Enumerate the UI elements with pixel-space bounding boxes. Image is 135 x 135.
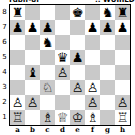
- square-f6: [85, 35, 100, 50]
- white-king-icon: ♔: [72, 110, 84, 125]
- square-c1: ♗: [40, 110, 55, 125]
- square-b4: ♝: [25, 65, 40, 80]
- square-a1: ♖: [10, 110, 25, 125]
- rank-label-8: 8: [0, 5, 9, 20]
- rank-label-2: 2: [0, 95, 9, 110]
- rank-label-3: 3: [0, 80, 9, 95]
- white-rook-icon: ♖: [117, 110, 129, 125]
- square-g7: ♟: [100, 20, 115, 35]
- square-e2: [70, 95, 85, 110]
- white-pawn-icon: ♙: [87, 95, 99, 110]
- square-g4: [100, 65, 115, 80]
- rank-label-6: 6: [0, 35, 9, 50]
- square-f7: ♟: [85, 20, 100, 35]
- square-d2: [55, 95, 70, 110]
- white-pawn-icon: ♙: [72, 80, 84, 95]
- square-b5: [25, 50, 40, 65]
- white-pawn-icon: ♙: [117, 95, 129, 110]
- square-b1: [25, 110, 40, 125]
- rank-labels: 87654321: [0, 5, 9, 125]
- black-queen-icon: ♛: [57, 50, 69, 65]
- file-label-h: h: [115, 125, 130, 135]
- square-b8: [25, 5, 40, 20]
- white-pawn-icon: ♙: [27, 95, 39, 110]
- black-rook-icon: ♜: [12, 5, 24, 20]
- black-pawn-icon: ♟: [12, 20, 24, 35]
- square-c8: [40, 5, 55, 20]
- square-b2: ♙: [25, 95, 40, 110]
- square-b3: [25, 80, 40, 95]
- square-e4: [70, 65, 85, 80]
- square-d7: [55, 20, 70, 35]
- black-bishop-icon: ♝: [27, 65, 39, 80]
- square-h5: [115, 50, 130, 65]
- square-h4: [115, 65, 130, 80]
- square-a7: ♟: [10, 20, 25, 35]
- square-g6: [100, 35, 115, 50]
- black-pawn-icon: ♟: [42, 20, 54, 35]
- square-h1: ♖: [115, 110, 130, 125]
- white-pawn-icon: ♙: [12, 95, 24, 110]
- file-label-c: c: [40, 125, 55, 135]
- white-pawn-icon: ♙: [57, 65, 69, 80]
- black-pawn-icon: ♟: [72, 50, 84, 65]
- square-c2: [40, 95, 55, 110]
- white-pawn-icon: ♙: [87, 80, 99, 95]
- square-g3: [100, 80, 115, 95]
- chess-board: ♜♚♞♜♟♟♟♟♟♟♞♛♟♝♙♘♙♙♙♙♙♙♖♗♕♔♗♖: [9, 4, 131, 126]
- square-f5: [85, 50, 100, 65]
- white-knight-icon: ♘: [42, 80, 54, 95]
- white-rook-icon: ♖: [12, 110, 24, 125]
- square-c3: ♘: [40, 80, 55, 95]
- square-f1: ♗: [85, 110, 100, 125]
- square-h2: ♙: [115, 95, 130, 110]
- black-pawn-icon: ♟: [27, 20, 39, 35]
- rank-label-5: 5: [0, 50, 9, 65]
- square-d1: ♕: [55, 110, 70, 125]
- square-d6: [55, 35, 70, 50]
- square-c5: [40, 50, 55, 65]
- square-a6: [10, 35, 25, 50]
- file-label-e: e: [70, 125, 85, 135]
- square-e7: [70, 20, 85, 35]
- square-c6: ♞: [40, 35, 55, 50]
- file-labels: abcdefgh: [10, 125, 130, 135]
- square-b6: [25, 35, 40, 50]
- black-pawn-icon: ♟: [102, 20, 114, 35]
- square-f4: [85, 65, 100, 80]
- file-label-g: g: [100, 125, 115, 135]
- square-f3: ♙: [85, 80, 100, 95]
- square-d3: [55, 80, 70, 95]
- square-a8: ♜: [10, 5, 25, 20]
- square-d5: ♛: [55, 50, 70, 65]
- square-h3: [115, 80, 130, 95]
- square-h6: [115, 35, 130, 50]
- black-king-icon: ♚: [72, 5, 84, 20]
- square-g2: [100, 95, 115, 110]
- square-a5: [10, 50, 25, 65]
- square-e8: ♚: [70, 5, 85, 20]
- square-e6: [70, 35, 85, 50]
- square-d4: ♙: [55, 65, 70, 80]
- square-h7: ♟: [115, 20, 130, 35]
- square-d8: [55, 5, 70, 20]
- square-c4: [40, 65, 55, 80]
- file-label-f: f: [85, 125, 100, 135]
- black-knight-icon: ♞: [42, 35, 54, 50]
- square-e5: ♟: [70, 50, 85, 65]
- square-e1: ♔: [70, 110, 85, 125]
- rank-label-1: 1: [0, 110, 9, 125]
- white-bishop-icon: ♗: [42, 110, 54, 125]
- square-f2: ♙: [85, 95, 100, 110]
- square-e3: ♙: [70, 80, 85, 95]
- square-a2: ♙: [10, 95, 25, 110]
- square-a4: [10, 65, 25, 80]
- black-pawn-icon: ♟: [87, 20, 99, 35]
- rank-label-7: 7: [0, 20, 9, 35]
- square-g1: [100, 110, 115, 125]
- file-label-a: a: [10, 125, 25, 135]
- square-h8: ♜: [115, 5, 130, 20]
- black-pawn-icon: ♟: [117, 20, 129, 35]
- square-c7: ♟: [40, 20, 55, 35]
- black-knight-icon: ♞: [102, 5, 114, 20]
- black-rook-icon: ♜: [117, 5, 129, 20]
- file-label-d: d: [55, 125, 70, 135]
- square-f8: [85, 5, 100, 20]
- rank-label-4: 4: [0, 65, 9, 80]
- file-label-b: b: [25, 125, 40, 135]
- white-queen-icon: ♕: [57, 110, 69, 125]
- square-a3: [10, 80, 25, 95]
- square-g5: [100, 50, 115, 65]
- square-g8: ♞: [100, 5, 115, 20]
- white-bishop-icon: ♗: [87, 110, 99, 125]
- square-b7: ♟: [25, 20, 40, 35]
